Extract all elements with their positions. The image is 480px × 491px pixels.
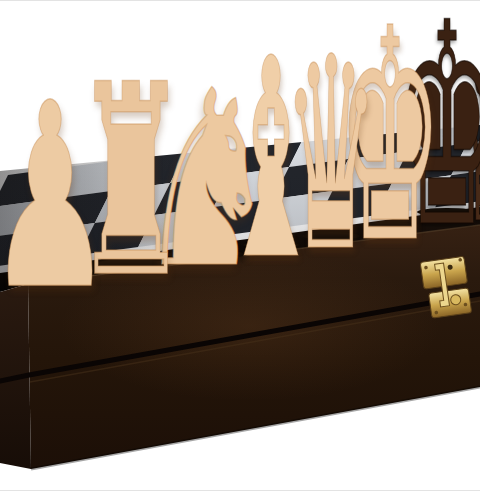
piece-felt-base xyxy=(243,241,299,249)
piece-felt-base xyxy=(167,250,247,259)
chess-set-product-photo: ♟ ♜ ♞ ♝ ♛ ♚ ♚ ♛ xyxy=(0,0,480,491)
piece-felt-base xyxy=(20,271,80,280)
piece-felt-base xyxy=(417,208,477,216)
piece-felt-base xyxy=(96,259,166,268)
piece-felt-base xyxy=(361,222,419,230)
piece-felt-base xyxy=(302,232,360,240)
wooden-box xyxy=(0,1,480,491)
box-front-sheen xyxy=(60,251,440,401)
